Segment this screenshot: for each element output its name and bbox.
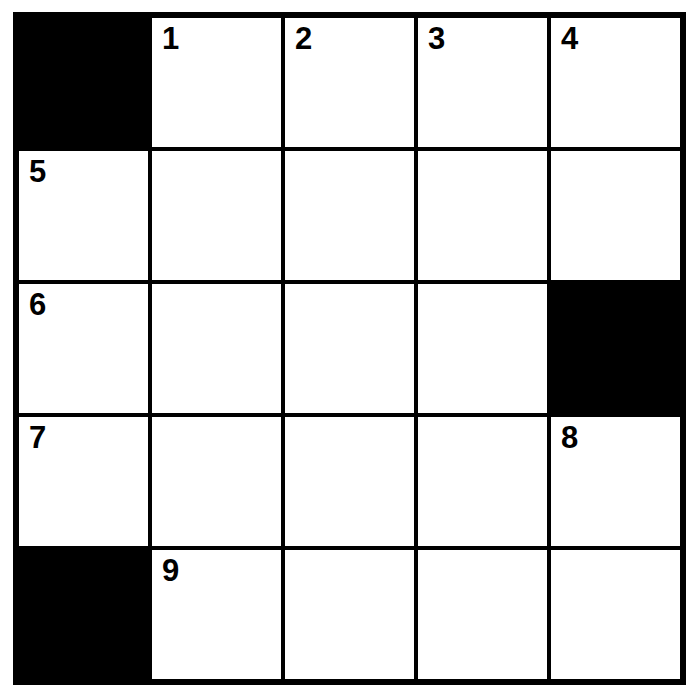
grid-cell[interactable] (152, 284, 281, 413)
black-cell (19, 550, 148, 679)
crossword-grid: 123456789 (13, 12, 686, 685)
black-cell (551, 284, 680, 413)
grid-cell[interactable]: 9 (152, 550, 281, 679)
grid-cell[interactable] (418, 550, 547, 679)
clue-number: 3 (428, 22, 445, 56)
grid-cell[interactable] (418, 151, 547, 280)
grid-cell[interactable] (152, 151, 281, 280)
grid-cell[interactable]: 3 (418, 18, 547, 147)
clue-number: 8 (561, 421, 578, 455)
clue-number: 6 (29, 288, 46, 322)
grid-cell[interactable] (285, 284, 414, 413)
grid-cell[interactable] (285, 550, 414, 679)
grid-cell[interactable] (285, 417, 414, 546)
clue-number: 5 (29, 155, 46, 189)
clue-number: 1 (162, 22, 179, 56)
grid-cell[interactable]: 8 (551, 417, 680, 546)
grid-cell[interactable] (418, 284, 547, 413)
clue-number: 7 (29, 421, 46, 455)
grid-cell[interactable]: 1 (152, 18, 281, 147)
grid-cell[interactable]: 7 (19, 417, 148, 546)
crossword-board: 123456789 (13, 12, 686, 685)
grid-cell[interactable] (551, 151, 680, 280)
grid-cell[interactable]: 5 (19, 151, 148, 280)
grid-cell[interactable] (152, 417, 281, 546)
black-cell (19, 18, 148, 147)
grid-cell[interactable] (285, 151, 414, 280)
grid-cell[interactable]: 4 (551, 18, 680, 147)
clue-number: 2 (295, 22, 312, 56)
clue-number: 9 (162, 554, 179, 588)
grid-cell[interactable] (418, 417, 547, 546)
grid-cell[interactable] (551, 550, 680, 679)
grid-cell[interactable]: 2 (285, 18, 414, 147)
grid-cell[interactable]: 6 (19, 284, 148, 413)
clue-number: 4 (561, 22, 578, 56)
